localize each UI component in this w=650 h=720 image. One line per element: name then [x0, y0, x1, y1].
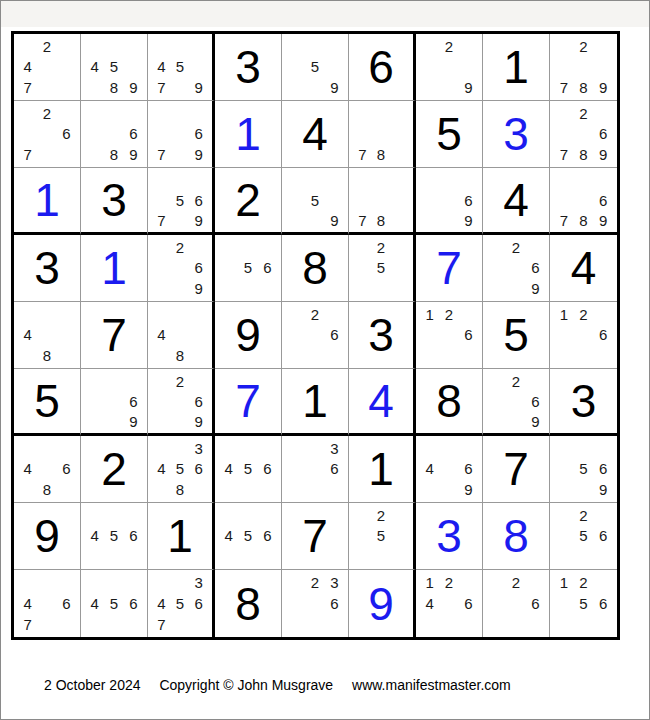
cell-r9c4[interactable]: 8	[215, 570, 282, 637]
pencil-mark-3	[593, 103, 613, 124]
pencil-mark-2: 2	[506, 237, 525, 258]
cell-r6c3[interactable]: 269	[148, 369, 215, 436]
pencil-mark-2	[104, 572, 123, 593]
pencil-mark-5: 5	[104, 57, 123, 78]
pencil-marks: 269	[483, 235, 549, 301]
pencil-mark-3	[593, 36, 613, 57]
pencil-mark-9: 9	[124, 77, 143, 98]
cell-r5c5[interactable]: 26	[282, 302, 349, 369]
entered-digit: 4	[349, 369, 413, 433]
cell-r6c6[interactable]: 4	[349, 369, 416, 436]
cell-r5c4[interactable]: 9	[215, 302, 282, 369]
cell-r3c4[interactable]: 2	[215, 168, 282, 235]
pencil-mark-9	[57, 345, 76, 366]
pencil-mark-5: 5	[574, 593, 594, 614]
pencil-mark-6: 6	[258, 459, 277, 480]
entered-digit: 3	[483, 101, 549, 167]
pencil-mark-6: 6	[526, 391, 545, 411]
pencil-mark-9	[258, 278, 277, 299]
pencil-mark-2	[37, 304, 56, 325]
cell-r5c1[interactable]: 48	[14, 302, 81, 369]
pencil-mark-8	[305, 345, 324, 366]
pencil-mark-9	[593, 614, 613, 635]
pencil-mark-1: 1	[420, 572, 439, 593]
pencil-mark-8	[171, 278, 190, 299]
pencil-mark-6	[459, 57, 478, 78]
pencil-mark-4	[554, 593, 574, 614]
pencil-mark-8	[37, 144, 56, 165]
pencil-mark-6: 6	[593, 593, 613, 614]
cell-r9c2[interactable]: 456	[81, 570, 148, 637]
pencil-mark-2	[574, 170, 594, 190]
pencil-mark-2: 2	[506, 572, 525, 593]
pencil-mark-2: 2	[506, 371, 525, 391]
pencil-marks: 269	[148, 369, 212, 433]
cell-r4c6[interactable]: 25	[349, 235, 416, 302]
pencil-mark-8	[506, 614, 525, 635]
cell-r1c6[interactable]: 6	[349, 34, 416, 101]
pencil-mark-4	[85, 124, 104, 145]
pencil-mark-6: 6	[459, 325, 478, 346]
cell-r7c2[interactable]: 2	[81, 436, 148, 503]
cell-r3c2[interactable]: 3	[81, 168, 148, 235]
pencil-mark-2	[171, 103, 190, 124]
cell-r7c8[interactable]: 7	[483, 436, 550, 503]
cell-r6c5[interactable]: 1	[282, 369, 349, 436]
pencil-mark-9	[325, 614, 344, 635]
pencil-mark-3	[325, 170, 344, 190]
page: 2474589457935962912789267689679147853267…	[0, 0, 650, 720]
pencil-mark-6: 6	[124, 124, 143, 145]
pencil-mark-4	[554, 57, 574, 78]
cell-r6c1[interactable]: 5	[14, 369, 81, 436]
cell-r2c9[interactable]: 26789	[550, 101, 617, 168]
pencil-mark-9	[593, 546, 613, 567]
cell-r9c8[interactable]: 26	[483, 570, 550, 637]
pencil-mark-4	[554, 526, 574, 547]
solved-digit: 4	[550, 235, 617, 301]
cell-r6c4[interactable]: 7	[215, 369, 282, 436]
cell-r1c5[interactable]: 59	[282, 34, 349, 101]
pencil-mark-1	[219, 505, 238, 526]
pencil-mark-1	[85, 103, 104, 124]
cell-r5c7[interactable]: 126	[416, 302, 483, 369]
pencil-mark-8: 8	[574, 210, 594, 230]
solved-digit: 7	[483, 436, 549, 502]
pencil-marks: 5679	[148, 168, 212, 232]
pencil-mark-4: 4	[18, 57, 37, 78]
pencil-mark-7	[18, 479, 37, 500]
pencil-mark-8	[171, 411, 190, 431]
pencil-mark-2	[104, 103, 123, 124]
pencil-mark-8	[171, 144, 190, 165]
pencil-mark-7	[85, 144, 104, 165]
solved-digit: 3	[215, 34, 281, 100]
pencil-mark-4: 4	[152, 459, 171, 480]
cell-r3c5[interactable]: 59	[282, 168, 349, 235]
pencil-mark-7	[85, 546, 104, 567]
pencil-mark-7	[286, 345, 305, 366]
pencil-mark-9	[390, 546, 409, 567]
cell-r8c3[interactable]: 1	[148, 503, 215, 570]
cell-r9c5[interactable]: 236	[282, 570, 349, 637]
pencil-mark-1	[353, 170, 372, 190]
pencil-mark-4	[219, 258, 238, 279]
pencil-mark-5	[439, 190, 458, 210]
pencil-mark-7: 7	[18, 614, 37, 635]
pencil-mark-6: 6	[189, 258, 208, 279]
pencil-mark-6: 6	[526, 593, 545, 614]
pencil-mark-6	[325, 57, 344, 78]
cell-r5c6[interactable]: 3	[349, 302, 416, 369]
pencil-mark-8	[439, 210, 458, 230]
pencil-mark-8: 8	[37, 345, 56, 366]
entered-digit: 1	[81, 235, 147, 301]
solved-digit: 8	[416, 369, 482, 433]
pencil-mark-9: 9	[189, 144, 208, 165]
pencil-mark-9: 9	[459, 210, 478, 230]
pencil-mark-6: 6	[325, 593, 344, 614]
pencil-mark-7: 7	[554, 144, 574, 165]
pencil-mark-1	[18, 572, 37, 593]
entered-digit: 1	[215, 101, 281, 167]
pencil-marks: 2789	[550, 34, 617, 100]
pencil-mark-8	[574, 345, 594, 366]
cell-r8c1[interactable]: 9	[14, 503, 81, 570]
entered-digit: 1	[14, 168, 80, 232]
pencil-mark-1	[152, 170, 171, 190]
pencil-marks: 26	[282, 302, 348, 368]
cell-r8c2[interactable]: 456	[81, 503, 148, 570]
pencil-mark-3	[593, 505, 613, 526]
pencil-marks: 25	[349, 235, 413, 301]
pencil-mark-7: 7	[554, 210, 574, 230]
pencil-mark-8: 8	[37, 479, 56, 500]
pencil-mark-9	[459, 614, 478, 635]
cell-r9c9[interactable]: 1256	[550, 570, 617, 637]
pencil-mark-5: 5	[574, 526, 594, 547]
pencil-mark-3	[258, 438, 277, 459]
cell-r3c1[interactable]: 1	[14, 168, 81, 235]
cell-r6c7[interactable]: 8	[416, 369, 483, 436]
solved-digit: 6	[349, 34, 413, 100]
pencil-mark-7	[152, 479, 171, 500]
pencil-mark-4: 4	[85, 57, 104, 78]
pencil-mark-5	[439, 57, 458, 78]
pencil-mark-4	[152, 190, 171, 210]
pencil-mark-9	[189, 479, 208, 500]
pencil-mark-4: 4	[152, 593, 171, 614]
cell-r7c3[interactable]: 34568	[148, 436, 215, 503]
footer: 2 October 2024 Copyright © John Musgrave…	[44, 677, 511, 693]
pencil-mark-4: 4	[18, 593, 37, 614]
pencil-mark-6	[189, 325, 208, 346]
pencil-mark-3	[390, 170, 409, 190]
cell-r2c4[interactable]: 1	[215, 101, 282, 168]
cell-r8c4[interactable]: 456	[215, 503, 282, 570]
pencil-mark-7: 7	[353, 210, 372, 230]
cell-r8c6[interactable]: 25	[349, 503, 416, 570]
cell-r1c1[interactable]: 247	[14, 34, 81, 101]
cell-r8c7[interactable]: 3	[416, 503, 483, 570]
pencil-mark-4	[487, 258, 506, 279]
pencil-mark-1	[487, 371, 506, 391]
pencil-mark-3: 3	[325, 572, 344, 593]
pencil-mark-2	[305, 170, 324, 190]
pencil-mark-3	[526, 237, 545, 258]
pencil-mark-5	[305, 593, 324, 614]
pencil-mark-8	[372, 546, 391, 567]
pencil-marks: 269	[483, 369, 549, 433]
cell-r9c3[interactable]: 34567	[148, 570, 215, 637]
pencil-mark-2	[238, 438, 257, 459]
pencil-mark-1	[152, 304, 171, 325]
pencil-mark-3	[593, 304, 613, 325]
entered-digit: 3	[416, 503, 482, 569]
pencil-marks: 69	[81, 369, 147, 433]
pencil-mark-3	[189, 170, 208, 190]
pencil-mark-1	[18, 304, 37, 325]
solved-digit: 3	[550, 369, 617, 433]
pencil-mark-2	[305, 36, 324, 57]
cell-r4c5[interactable]: 8	[282, 235, 349, 302]
pencil-mark-9	[57, 77, 76, 98]
cell-r3c3[interactable]: 5679	[148, 168, 215, 235]
pencil-mark-5: 5	[238, 258, 257, 279]
pencil-mark-1	[85, 572, 104, 593]
pencil-marks: 78	[349, 101, 413, 167]
cell-r4c2[interactable]: 1	[81, 235, 148, 302]
solved-digit: 8	[282, 235, 348, 301]
pencil-mark-9	[526, 614, 545, 635]
cell-r4c8[interactable]: 269	[483, 235, 550, 302]
cell-r7c1[interactable]: 468	[14, 436, 81, 503]
pencil-marks: 126	[550, 302, 617, 368]
footer-copyright: Copyright © John Musgrave	[159, 677, 333, 693]
cell-r4c1[interactable]: 3	[14, 235, 81, 302]
cell-r2c2[interactable]: 689	[81, 101, 148, 168]
pencil-mark-7	[554, 345, 574, 366]
pencil-mark-5	[171, 391, 190, 411]
pencil-mark-1	[18, 438, 37, 459]
cell-r7c6[interactable]: 1	[349, 436, 416, 503]
pencil-mark-7: 7	[18, 144, 37, 165]
cell-r7c4[interactable]: 456	[215, 436, 282, 503]
pencil-mark-4	[554, 325, 574, 346]
cell-r3c9[interactable]: 6789	[550, 168, 617, 235]
pencil-mark-2	[238, 237, 257, 258]
cell-r9c6[interactable]: 9	[349, 570, 416, 637]
pencil-mark-7	[487, 411, 506, 431]
pencil-mark-3	[459, 572, 478, 593]
pencil-mark-7	[286, 210, 305, 230]
pencil-mark-7	[420, 210, 439, 230]
pencil-marks: 236	[282, 570, 348, 637]
cell-r4c7[interactable]: 7	[416, 235, 483, 302]
pencil-mark-4	[85, 391, 104, 411]
pencil-mark-4	[487, 593, 506, 614]
cell-r3c6[interactable]: 78	[349, 168, 416, 235]
pencil-mark-1	[286, 572, 305, 593]
pencil-mark-1: 1	[420, 304, 439, 325]
pencil-mark-3	[390, 237, 409, 258]
solved-digit: 9	[215, 302, 281, 368]
pencil-mark-8	[305, 479, 324, 500]
cell-r7c7[interactable]: 469	[416, 436, 483, 503]
pencil-mark-2	[171, 36, 190, 57]
pencil-mark-5: 5	[171, 459, 190, 480]
pencil-marks: 1246	[416, 570, 482, 637]
pencil-mark-9: 9	[124, 144, 143, 165]
entered-digit: 7	[215, 369, 281, 433]
pencil-mark-1	[353, 237, 372, 258]
pencil-mark-3	[593, 572, 613, 593]
cell-r9c7[interactable]: 1246	[416, 570, 483, 637]
cell-r5c3[interactable]: 48	[148, 302, 215, 369]
cell-r1c8[interactable]: 1	[483, 34, 550, 101]
pencil-marks: 34568	[148, 436, 212, 502]
cell-r2c1[interactable]: 267	[14, 101, 81, 168]
pencil-mark-9	[57, 614, 76, 635]
cell-r5c8[interactable]: 5	[483, 302, 550, 369]
pencil-mark-7	[554, 614, 574, 635]
cell-r7c5[interactable]: 36	[282, 436, 349, 503]
solved-digit: 5	[483, 302, 549, 368]
cell-r2c6[interactable]: 78	[349, 101, 416, 168]
pencil-mark-8	[37, 614, 56, 635]
pencil-mark-7	[487, 278, 506, 299]
pencil-mark-9: 9	[189, 278, 208, 299]
pencil-mark-4	[554, 459, 574, 480]
pencil-mark-5	[37, 459, 56, 480]
pencil-mark-3	[189, 304, 208, 325]
pencil-mark-9	[390, 144, 409, 165]
pencil-marks: 569	[550, 436, 617, 502]
pencil-mark-2: 2	[305, 572, 324, 593]
pencil-mark-4: 4	[420, 593, 439, 614]
cell-r6c2[interactable]: 69	[81, 369, 148, 436]
pencil-mark-7	[286, 614, 305, 635]
solved-digit: 5	[14, 369, 80, 433]
cell-r1c7[interactable]: 29	[416, 34, 483, 101]
pencil-marks: 126	[416, 302, 482, 368]
cell-r9c1[interactable]: 467	[14, 570, 81, 637]
cell-r2c8[interactable]: 3	[483, 101, 550, 168]
cell-r4c9[interactable]: 4	[550, 235, 617, 302]
cell-r1c3[interactable]: 4579	[148, 34, 215, 101]
solved-digit: 1	[483, 34, 549, 100]
cell-r1c4[interactable]: 3	[215, 34, 282, 101]
pencil-mark-7: 7	[152, 614, 171, 635]
pencil-mark-4: 4	[152, 57, 171, 78]
cell-r3c8[interactable]: 4	[483, 168, 550, 235]
cell-r8c5[interactable]: 7	[282, 503, 349, 570]
pencil-mark-1	[286, 170, 305, 190]
cell-r8c9[interactable]: 256	[550, 503, 617, 570]
pencil-mark-4: 4	[420, 459, 439, 480]
pencil-mark-5: 5	[104, 526, 123, 547]
pencil-mark-2: 2	[439, 572, 458, 593]
pencil-mark-8	[439, 77, 458, 98]
pencil-mark-2: 2	[37, 103, 56, 124]
pencil-marks: 689	[81, 101, 147, 167]
pencil-mark-9: 9	[325, 77, 344, 98]
cell-r6c9[interactable]: 3	[550, 369, 617, 436]
pencil-mark-3	[325, 304, 344, 325]
cell-r4c3[interactable]: 269	[148, 235, 215, 302]
solved-digit: 2	[215, 168, 281, 232]
pencil-marks: 4579	[148, 34, 212, 100]
pencil-mark-2	[104, 505, 123, 526]
cell-r1c2[interactable]: 4589	[81, 34, 148, 101]
pencil-mark-1	[420, 36, 439, 57]
pencil-mark-8	[104, 411, 123, 431]
pencil-mark-1	[286, 438, 305, 459]
pencil-mark-1	[487, 237, 506, 258]
pencil-mark-5: 5	[372, 526, 391, 547]
cell-r8c8[interactable]: 8	[483, 503, 550, 570]
pencil-mark-2: 2	[439, 36, 458, 57]
pencil-mark-2	[372, 103, 391, 124]
pencil-mark-1	[554, 103, 574, 124]
pencil-mark-6: 6	[526, 258, 545, 279]
cell-r5c9[interactable]: 126	[550, 302, 617, 369]
pencil-mark-4	[353, 124, 372, 145]
pencil-mark-9: 9	[526, 411, 545, 431]
pencil-mark-7	[85, 614, 104, 635]
pencil-mark-4	[18, 124, 37, 145]
pencil-mark-4	[286, 593, 305, 614]
pencil-mark-8	[305, 614, 324, 635]
pencil-mark-5	[506, 391, 525, 411]
pencil-mark-9: 9	[189, 77, 208, 98]
cell-r3c7[interactable]: 69	[416, 168, 483, 235]
pencil-mark-5	[171, 258, 190, 279]
pencil-mark-4: 4	[18, 459, 37, 480]
cell-r2c3[interactable]: 679	[148, 101, 215, 168]
pencil-mark-3	[124, 103, 143, 124]
solved-digit: 1	[282, 369, 348, 433]
cell-r2c5[interactable]: 4	[282, 101, 349, 168]
pencil-marks: 59	[282, 34, 348, 100]
cell-r1c9[interactable]: 2789	[550, 34, 617, 101]
pencil-mark-2	[37, 438, 56, 459]
sudoku-board: 2474589457935962912789267689679147853267…	[11, 31, 620, 640]
cell-r2c7[interactable]: 5	[416, 101, 483, 168]
pencil-mark-9: 9	[189, 411, 208, 431]
pencil-marks: 26	[483, 570, 549, 637]
pencil-mark-7	[152, 278, 171, 299]
pencil-mark-9	[57, 479, 76, 500]
cell-r7c9[interactable]: 569	[550, 436, 617, 503]
cell-r5c2[interactable]: 7	[81, 302, 148, 369]
pencil-mark-5: 5	[574, 459, 594, 480]
pencil-mark-5	[439, 459, 458, 480]
pencil-marks: 247	[14, 34, 80, 100]
cell-r4c4[interactable]: 56	[215, 235, 282, 302]
pencil-mark-2: 2	[171, 237, 190, 258]
cell-r6c8[interactable]: 269	[483, 369, 550, 436]
pencil-marks: 48	[148, 302, 212, 368]
pencil-mark-8: 8	[574, 77, 594, 98]
pencil-mark-3	[57, 438, 76, 459]
solved-digit: 3	[81, 168, 147, 232]
pencil-mark-5	[506, 258, 525, 279]
pencil-mark-2	[171, 304, 190, 325]
pencil-mark-4: 4	[219, 459, 238, 480]
pencil-mark-6: 6	[189, 459, 208, 480]
pencil-mark-1	[152, 237, 171, 258]
